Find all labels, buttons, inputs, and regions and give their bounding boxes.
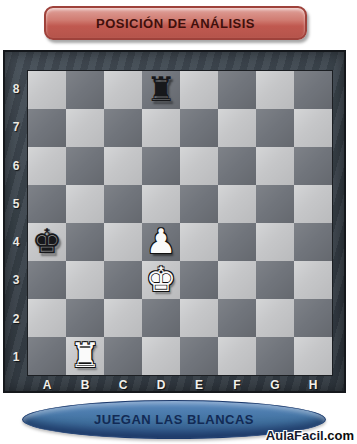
square-b4: [66, 223, 104, 261]
square-f1: [218, 337, 256, 375]
square-e1: [180, 337, 218, 375]
board-squares: [27, 70, 333, 376]
square-a8: [28, 71, 66, 109]
rank-label-7: 7: [5, 108, 27, 146]
square-b2: [66, 299, 104, 337]
square-c4: [104, 223, 142, 261]
square-g4: [256, 223, 294, 261]
square-c6: [104, 147, 142, 185]
square-h1: [294, 337, 332, 375]
watermark: AulaFacil.com: [266, 428, 354, 443]
square-h2: [294, 299, 332, 337]
square-b6: [66, 147, 104, 185]
square-a1: [28, 337, 66, 375]
square-e8: [180, 71, 218, 109]
square-e4: [180, 223, 218, 261]
square-h3: [294, 261, 332, 299]
square-a4: [28, 223, 66, 261]
square-h7: [294, 109, 332, 147]
square-a6: [28, 147, 66, 185]
square-e5: [180, 185, 218, 223]
rank-label-4: 4: [5, 223, 27, 261]
square-d7: [142, 109, 180, 147]
square-a5: [28, 185, 66, 223]
square-f8: [218, 71, 256, 109]
analysis-title-banner[interactable]: POSICIÓN DE ANÁLISIS: [44, 6, 307, 40]
square-f7: [218, 109, 256, 147]
square-c8: [104, 71, 142, 109]
square-b1: [66, 337, 104, 375]
square-e3: [180, 261, 218, 299]
square-d4: [142, 223, 180, 261]
rank-label-3: 3: [5, 261, 27, 299]
square-h5: [294, 185, 332, 223]
file-label-b: B: [66, 376, 104, 395]
square-d3: [142, 261, 180, 299]
square-g7: [256, 109, 294, 147]
square-c2: [104, 299, 142, 337]
square-f3: [218, 261, 256, 299]
square-d1: [142, 337, 180, 375]
square-b7: [66, 109, 104, 147]
square-a7: [28, 109, 66, 147]
square-h8: [294, 71, 332, 109]
square-e7: [180, 109, 218, 147]
file-label-c: C: [104, 376, 142, 395]
rank-label-5: 5: [5, 185, 27, 223]
watermark-name: AulaFacil: [266, 428, 324, 443]
square-f5: [218, 185, 256, 223]
rank-label-2: 2: [5, 300, 27, 338]
square-f6: [218, 147, 256, 185]
square-b5: [66, 185, 104, 223]
square-e6: [180, 147, 218, 185]
square-h4: [294, 223, 332, 261]
square-d6: [142, 147, 180, 185]
chess-board: 87654321 ♜♚♟♚♜ ABCDEFGH: [3, 50, 346, 393]
square-c5: [104, 185, 142, 223]
square-b3: [66, 261, 104, 299]
rank-labels: 87654321: [5, 70, 27, 376]
watermark-suffix: .com: [324, 428, 354, 443]
file-label-d: D: [142, 376, 180, 395]
file-label-f: F: [218, 376, 256, 395]
file-label-e: E: [180, 376, 218, 395]
square-g6: [256, 147, 294, 185]
square-g8: [256, 71, 294, 109]
square-g1: [256, 337, 294, 375]
file-label-g: G: [256, 376, 294, 395]
file-label-h: H: [294, 376, 332, 395]
file-label-a: A: [28, 376, 66, 395]
square-b8: [66, 71, 104, 109]
rank-label-8: 8: [5, 70, 27, 108]
square-f4: [218, 223, 256, 261]
rank-label-1: 1: [5, 338, 27, 376]
square-d8: [142, 71, 180, 109]
square-c1: [104, 337, 142, 375]
square-g3: [256, 261, 294, 299]
square-h6: [294, 147, 332, 185]
square-c3: [104, 261, 142, 299]
side-to-move-text: JUEGAN LAS BLANCAS: [94, 412, 254, 427]
square-g2: [256, 299, 294, 337]
square-c7: [104, 109, 142, 147]
file-labels: ABCDEFGH: [28, 376, 332, 395]
square-a3: [28, 261, 66, 299]
square-f2: [218, 299, 256, 337]
square-d2: [142, 299, 180, 337]
rank-label-6: 6: [5, 147, 27, 185]
square-d5: [142, 185, 180, 223]
square-g5: [256, 185, 294, 223]
square-a2: [28, 299, 66, 337]
square-e2: [180, 299, 218, 337]
analysis-title-text: POSICIÓN DE ANÁLISIS: [96, 16, 255, 31]
